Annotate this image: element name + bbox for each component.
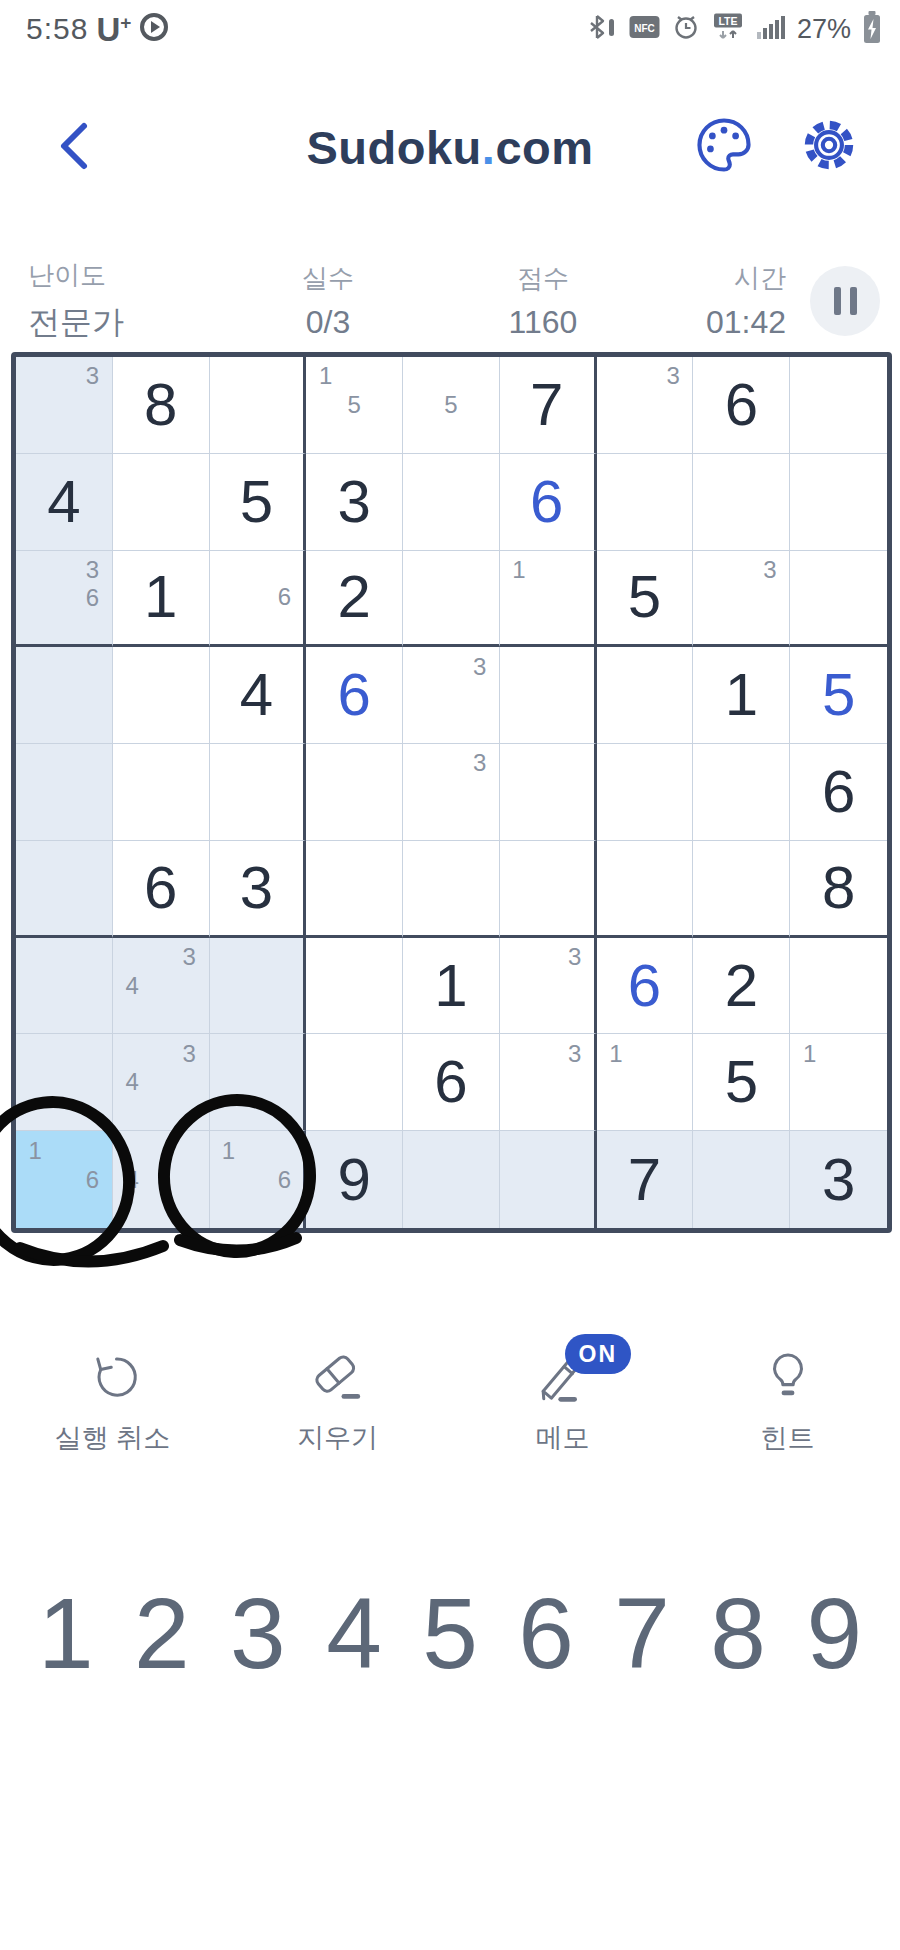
cell-r8c9[interactable]: 1 (790, 1034, 887, 1131)
note-digit: 5 (340, 391, 369, 420)
nfc-icon: NFC (628, 14, 661, 44)
cell-r5c6[interactable] (500, 744, 597, 841)
user-digit: 6 (338, 665, 371, 725)
numpad-3[interactable]: 3 (230, 1568, 286, 1698)
cell-r4c3[interactable]: 4 (210, 647, 307, 744)
note-digit: 3 (756, 556, 785, 584)
cell-r7c9[interactable] (790, 938, 887, 1035)
cell-r2c6[interactable]: 6 (500, 454, 597, 551)
numpad-1[interactable]: 1 (38, 1568, 94, 1698)
numpad-4[interactable]: 4 (326, 1568, 382, 1698)
given-digit: 6 (144, 858, 177, 918)
numpad-7[interactable]: 7 (614, 1568, 670, 1698)
given-digit: 1 (434, 956, 467, 1016)
note-digit: 1 (505, 556, 533, 584)
cell-r7c8[interactable]: 2 (693, 938, 790, 1035)
notes-label: 메모 (536, 1420, 590, 1456)
theme-button[interactable] (693, 114, 755, 176)
cell-r3c7[interactable]: 5 (597, 551, 694, 648)
mistakes-value: 0/3 (228, 304, 428, 341)
cell-r9c2[interactable]: 4 (113, 1131, 210, 1228)
note-digit: 6 (78, 584, 107, 612)
cell-r7c3[interactable] (210, 938, 307, 1035)
cell-r4c6[interactable] (500, 647, 597, 744)
time-label: 시간 (658, 261, 786, 296)
back-button[interactable] (52, 120, 98, 172)
note-digit: 4 (118, 1165, 147, 1194)
cell-r8c3[interactable] (210, 1034, 307, 1131)
cell-r9c6[interactable] (500, 1131, 597, 1228)
chevron-left-icon (52, 158, 98, 175)
cell-r2c5[interactable] (403, 454, 500, 551)
play-circle-icon (139, 12, 169, 46)
cell-r5c4[interactable] (306, 744, 403, 841)
notes-button[interactable]: ON 메모 (450, 1348, 675, 1456)
cell-r4c4[interactable]: 6 (306, 647, 403, 744)
given-digit: 7 (530, 375, 563, 435)
alarm-icon (672, 13, 700, 45)
given-digit: 6 (434, 1052, 467, 1112)
svg-text:LTE: LTE (718, 15, 737, 27)
cell-r5c9[interactable]: 6 (790, 744, 887, 841)
given-digit: 6 (822, 762, 855, 822)
cell-r9c5[interactable] (403, 1131, 500, 1228)
given-digit: 5 (240, 472, 273, 532)
svg-text:NFC: NFC (634, 23, 655, 34)
status-bar: 5:58 U+ NFC LTE 27% (0, 6, 900, 52)
numpad-8[interactable]: 8 (710, 1568, 766, 1698)
note-digit: 3 (175, 943, 204, 972)
given-digit: 3 (822, 1150, 855, 1210)
cell-r9c7[interactable]: 7 (597, 1131, 694, 1228)
numpad-9[interactable]: 9 (806, 1568, 862, 1698)
palette-icon (693, 162, 755, 179)
note-digit: 6 (270, 1165, 298, 1194)
pause-button[interactable] (810, 266, 880, 336)
cell-r1c7[interactable]: 3 (597, 357, 694, 454)
cell-r4c5[interactable]: 3 (403, 647, 500, 744)
carrier-logo: U+ (96, 13, 131, 46)
cell-r5c3[interactable] (210, 744, 307, 841)
cell-r5c1[interactable] (16, 744, 113, 841)
given-digit: 3 (240, 858, 273, 918)
lightbulb-icon (760, 1348, 816, 1404)
bluetooth-icon (585, 13, 617, 45)
cell-r8c7[interactable]: 1 (597, 1034, 694, 1131)
cell-r4c1[interactable] (16, 647, 113, 744)
mistakes-label: 실수 (228, 261, 428, 296)
clock-time: 5:58 (26, 12, 88, 46)
cell-r6c9[interactable]: 8 (790, 841, 887, 938)
cell-r1c9[interactable] (790, 357, 887, 454)
note-digit: 3 (465, 749, 494, 778)
sudoku-board: 3815573645363616215346315366383413623463… (11, 352, 892, 1233)
time-value: 01:42 (658, 304, 786, 341)
score-stat: 점수 1160 (428, 261, 658, 341)
cell-r5c8[interactable] (693, 744, 790, 841)
cell-r2c3[interactable]: 5 (210, 454, 307, 551)
cell-r8c5[interactable]: 6 (403, 1034, 500, 1131)
note-digit: 1 (21, 1136, 50, 1165)
cell-r6c4[interactable] (306, 841, 403, 938)
note-digit: 5 (437, 391, 466, 420)
toolbar: 실행 취소 지우기 ON 메모 힌트 (0, 1348, 900, 1456)
cell-r6c6[interactable] (500, 841, 597, 938)
eraser-icon (310, 1348, 366, 1404)
note-digit: 4 (118, 971, 147, 1000)
cell-r1c2[interactable]: 8 (113, 357, 210, 454)
given-digit: 7 (628, 1150, 661, 1210)
cell-r7c4[interactable] (306, 938, 403, 1035)
cell-r2c2[interactable] (113, 454, 210, 551)
note-digit: 1 (311, 362, 340, 391)
cell-r6c2[interactable]: 6 (113, 841, 210, 938)
cell-r7c5[interactable]: 1 (403, 938, 500, 1035)
score-value: 1160 (428, 304, 658, 341)
difficulty-label: 난이도 (28, 258, 228, 293)
settings-button[interactable] (798, 114, 860, 176)
mistakes-stat: 실수 0/3 (228, 261, 428, 341)
note-digit: 6 (270, 583, 298, 611)
cell-r2c8[interactable] (693, 454, 790, 551)
given-digit: 9 (338, 1150, 371, 1210)
note-digit: 1 (215, 1136, 243, 1165)
notes-on-badge: ON (565, 1334, 632, 1374)
given-digit: 4 (240, 665, 273, 725)
cell-r7c7[interactable]: 6 (597, 938, 694, 1035)
page-title: Sudoku.com (0, 120, 900, 175)
numpad-6[interactable]: 6 (518, 1568, 574, 1698)
difficulty-value: 전문가 (28, 301, 228, 345)
hint-label: 힌트 (761, 1420, 815, 1456)
number-pad: 123456789 (0, 1568, 900, 1698)
cell-r6c7[interactable] (597, 841, 694, 938)
cell-r1c6[interactable]: 7 (500, 357, 597, 454)
note-digit: 3 (659, 362, 688, 391)
cell-r8c2[interactable]: 34 (113, 1034, 210, 1131)
cell-r3c3[interactable]: 6 (210, 551, 307, 648)
cell-r2c1[interactable]: 4 (16, 454, 113, 551)
note-digit: 3 (78, 556, 107, 584)
note-digit: 1 (795, 1039, 824, 1068)
note-digit: 4 (118, 1068, 147, 1097)
given-digit: 1 (725, 665, 758, 725)
cell-r4c9[interactable]: 5 (790, 647, 887, 744)
cell-r8c1[interactable] (16, 1034, 113, 1131)
pause-icon (834, 287, 841, 315)
cell-r1c8[interactable]: 6 (693, 357, 790, 454)
given-digit: 5 (725, 1052, 758, 1112)
cell-r4c8[interactable]: 1 (693, 647, 790, 744)
cell-r9c9[interactable]: 3 (790, 1131, 887, 1228)
undo-button[interactable]: 실행 취소 (0, 1348, 225, 1456)
cell-r8c8[interactable]: 5 (693, 1034, 790, 1131)
battery-percent: 27% (797, 14, 851, 45)
cell-r2c9[interactable] (790, 454, 887, 551)
cell-r9c8[interactable] (693, 1131, 790, 1228)
given-digit: 3 (338, 472, 371, 532)
user-digit: 6 (628, 956, 661, 1016)
header: Sudoku.com (0, 104, 900, 190)
signal-icon (756, 14, 786, 44)
user-digit: 6 (530, 472, 563, 532)
battery-charging-icon (862, 10, 882, 48)
cell-r8c4[interactable] (306, 1034, 403, 1131)
undo-icon (85, 1348, 141, 1404)
cell-r5c5[interactable]: 3 (403, 744, 500, 841)
cell-r2c7[interactable] (597, 454, 694, 551)
cell-r3c1[interactable]: 36 (16, 551, 113, 648)
given-digit: 8 (822, 858, 855, 918)
cell-r2c4[interactable]: 3 (306, 454, 403, 551)
note-digit: 1 (602, 1039, 631, 1068)
gear-icon (798, 162, 860, 179)
cell-r6c8[interactable] (693, 841, 790, 938)
cell-r1c5[interactable]: 5 (403, 357, 500, 454)
cell-r3c2[interactable]: 1 (113, 551, 210, 648)
given-digit: 8 (144, 375, 177, 435)
lte-icon: LTE (711, 12, 745, 46)
given-digit: 2 (338, 567, 371, 627)
cell-r3c8[interactable]: 3 (693, 551, 790, 648)
user-digit: 5 (822, 665, 855, 725)
note-digit: 3 (78, 362, 107, 391)
cell-r3c6[interactable]: 1 (500, 551, 597, 648)
cell-r4c7[interactable] (597, 647, 694, 744)
cell-r3c9[interactable] (790, 551, 887, 648)
cell-r5c2[interactable] (113, 744, 210, 841)
cell-r9c4[interactable]: 9 (306, 1131, 403, 1228)
cell-r5c7[interactable] (597, 744, 694, 841)
time-stat: 시간 01:42 (658, 261, 810, 341)
note-digit: 6 (78, 1165, 107, 1194)
given-digit: 6 (725, 375, 758, 435)
note-digit: 3 (175, 1039, 204, 1068)
undo-label: 실행 취소 (55, 1420, 171, 1456)
numpad-5[interactable]: 5 (422, 1568, 478, 1698)
cell-r7c2[interactable]: 34 (113, 938, 210, 1035)
cell-r1c4[interactable]: 15 (306, 357, 403, 454)
cell-r9c1[interactable]: 16 (16, 1131, 113, 1228)
score-label: 점수 (428, 261, 658, 296)
cell-r7c6[interactable]: 3 (500, 938, 597, 1035)
difficulty-stat: 난이도 전문가 (28, 258, 228, 345)
given-digit: 4 (47, 472, 80, 532)
cell-r9c3[interactable]: 16 (210, 1131, 307, 1228)
numpad-2[interactable]: 2 (134, 1568, 190, 1698)
hint-button[interactable]: 힌트 (675, 1348, 900, 1456)
cell-r3c4[interactable]: 2 (306, 551, 403, 648)
pencil-icon: ON (535, 1348, 591, 1404)
cell-r1c1[interactable]: 3 (16, 357, 113, 454)
cell-r6c1[interactable] (16, 841, 113, 938)
note-digit: 3 (561, 943, 589, 972)
erase-button[interactable]: 지우기 (225, 1348, 450, 1456)
cell-r4c2[interactable] (113, 647, 210, 744)
cell-r7c1[interactable] (16, 938, 113, 1035)
note-digit: 3 (561, 1039, 589, 1068)
note-digit: 3 (465, 652, 494, 681)
stats-row: 난이도 전문가 실수 0/3 점수 1160 시간 01:42 (0, 258, 900, 344)
given-digit: 1 (144, 567, 177, 627)
erase-label: 지우기 (297, 1420, 378, 1456)
cell-r1c3[interactable] (210, 357, 307, 454)
cell-r3c5[interactable] (403, 551, 500, 648)
cell-r8c6[interactable]: 3 (500, 1034, 597, 1131)
given-digit: 2 (725, 956, 758, 1016)
cell-r6c3[interactable]: 3 (210, 841, 307, 938)
given-digit: 5 (628, 567, 661, 627)
cell-r6c5[interactable] (403, 841, 500, 938)
